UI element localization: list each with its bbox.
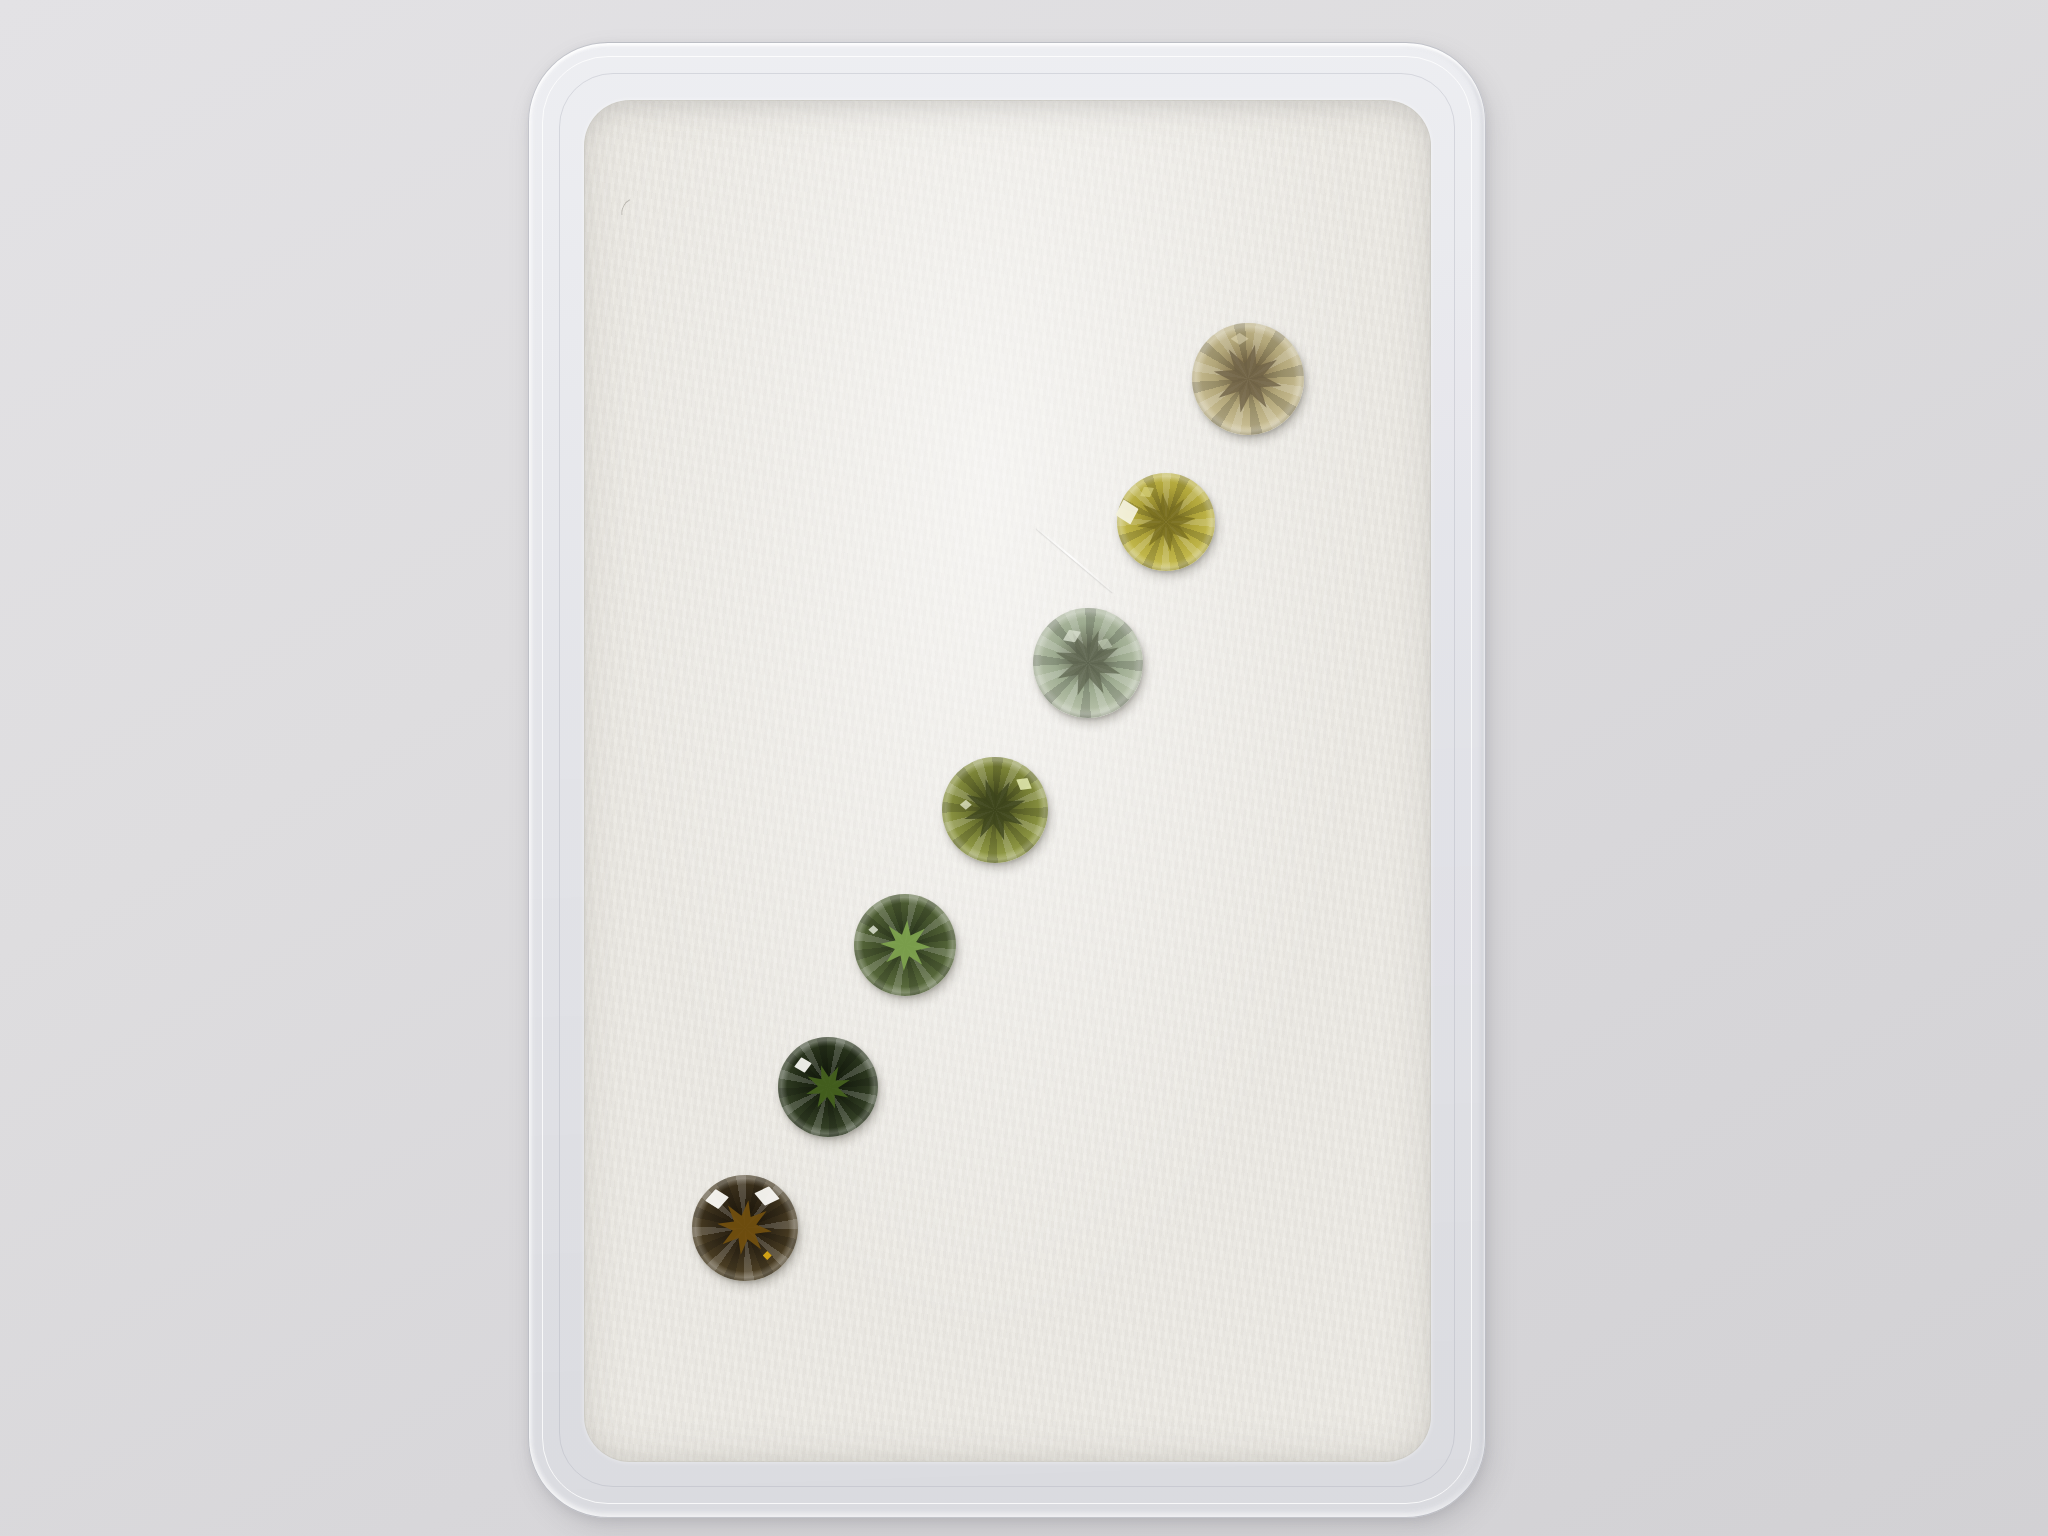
gem-2-yellow-olive xyxy=(1117,473,1215,571)
gem-highlight-glint xyxy=(1013,773,1036,794)
gem-3-sage-green xyxy=(1033,608,1143,718)
gem-7-dark-brown xyxy=(692,1175,798,1281)
photo-backdrop xyxy=(0,0,2048,1536)
gem-highlight-glint xyxy=(1231,333,1249,345)
gem-star-facets xyxy=(878,918,932,972)
gem-highlight-glint xyxy=(960,800,972,810)
gem-1-champagne xyxy=(1192,323,1304,435)
gem-star-facets xyxy=(1045,620,1131,706)
gem-highlight-glint xyxy=(752,1184,782,1209)
gem-highlight-glint xyxy=(763,1251,772,1260)
gem-highlight-glint xyxy=(704,1187,731,1210)
gem-highlight-glint xyxy=(868,925,878,934)
gem-6-deep-forest xyxy=(778,1037,878,1137)
gem-4-olive-green xyxy=(942,757,1048,863)
gem-highlight-glint xyxy=(1137,482,1157,500)
gem-5-dark-green xyxy=(854,894,956,996)
gem-star-facets xyxy=(1133,489,1199,555)
gem-star-facets xyxy=(714,1197,776,1259)
gem-highlight-glint xyxy=(793,1055,814,1074)
gem-star-facets xyxy=(1207,338,1289,420)
